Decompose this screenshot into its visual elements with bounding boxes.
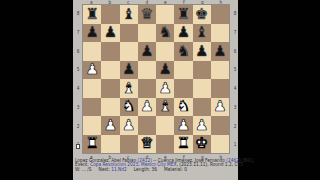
coord-label: 5 (231, 60, 239, 79)
black-king: ♚ (193, 5, 211, 24)
coord-label: 7 (231, 23, 239, 42)
square-f7: ♟ (174, 24, 192, 43)
square-b2: ♟ (101, 116, 119, 135)
square-d7 (138, 24, 156, 43)
white-pawn: ♟ (156, 79, 174, 98)
eco-code: [B41] (242, 158, 254, 163)
coord-label: 4 (231, 79, 239, 98)
square-b1 (101, 135, 119, 154)
next-label: Next: (98, 167, 111, 172)
letterbox-left (0, 0, 73, 180)
square-a7: ♟ (83, 24, 101, 43)
white-to-move-indicator (76, 144, 81, 149)
white-pawn: ♟ (138, 98, 156, 117)
chess-panel: abcdefgh 87654321 ♜♝♛♜♚♟♟♞♟♝♟♞♟♟♟♟♟♝♟♞♟♝… (73, 0, 238, 180)
black-pawn: ♟ (138, 42, 156, 61)
next-move-value: 11.Nd2 (111, 167, 127, 172)
coord-label: 2 (74, 117, 82, 136)
status-line: W: ... /S Next: 11.Nd2 Length: 36 Materi… (75, 167, 236, 172)
square-g3 (193, 98, 211, 117)
white-king: ♚ (193, 135, 211, 154)
square-c6 (120, 42, 138, 61)
square-a5: ♟ (83, 61, 101, 80)
square-h5 (211, 61, 229, 80)
white-bishop: ♝ (120, 79, 138, 98)
square-g2: ♟ (193, 116, 211, 135)
square-d3: ♟ (138, 98, 156, 117)
white-rook: ♜ (83, 135, 101, 154)
square-c8: ♝ (120, 5, 138, 24)
black-rook: ♜ (83, 5, 101, 24)
square-b7: ♟ (101, 24, 119, 43)
square-b5 (101, 61, 119, 80)
coord-label: 5 (74, 60, 82, 79)
coord-label: 3 (74, 98, 82, 117)
coord-label: 1 (231, 135, 239, 154)
square-d8: ♛ (138, 5, 156, 24)
material-balance: Material: 0 (164, 167, 187, 172)
black-pawn: ♟ (211, 42, 229, 61)
square-c1 (120, 135, 138, 154)
coord-label: 7 (74, 23, 82, 42)
coord-label: 6 (74, 42, 82, 61)
square-f6: ♞ (174, 42, 192, 61)
square-d1: ♛ (138, 135, 156, 154)
black-pawn: ♟ (174, 24, 192, 43)
square-h3: ♟ (211, 98, 229, 117)
square-d2 (138, 116, 156, 135)
square-a6 (83, 42, 101, 61)
square-f1: ♜ (174, 135, 192, 154)
square-h4 (211, 79, 229, 98)
game-caption: Lopez Gonzalez, Abel Fabian (2412) -- Cu… (75, 158, 236, 178)
clock-status: W: ... /S (75, 167, 91, 172)
square-e6 (156, 42, 174, 61)
black-pawn: ♟ (83, 24, 101, 43)
white-bishop: ♝ (156, 98, 174, 117)
white-rook: ♜ (174, 135, 192, 154)
square-e1 (156, 135, 174, 154)
white-pawn: ♟ (101, 116, 119, 135)
square-e7: ♞ (156, 24, 174, 43)
black-pawn: ♟ (120, 61, 138, 80)
square-c4: ♝ (120, 79, 138, 98)
white-knight: ♞ (174, 98, 192, 117)
white-pawn: ♟ (193, 116, 211, 135)
coord-label: 6 (231, 42, 239, 61)
black-pawn: ♟ (101, 24, 119, 43)
letterbox-right (238, 0, 320, 180)
square-f8: ♜ (174, 5, 192, 24)
black-pawn: ♟ (193, 42, 211, 61)
chess-board: ♜♝♛♜♚♟♟♞♟♝♟♞♟♟♟♟♟♝♟♞♟♝♞♟♟♟♟♟♜♛♜♚ (82, 4, 230, 154)
square-d6: ♟ (138, 42, 156, 61)
square-h1 (211, 135, 229, 154)
square-e5: ♟ (156, 61, 174, 80)
square-b3 (101, 98, 119, 117)
square-f4 (174, 79, 192, 98)
square-e2 (156, 116, 174, 135)
square-c3: ♞ (120, 98, 138, 117)
coord-label: 3 (231, 98, 239, 117)
white-pawn: ♟ (83, 61, 101, 80)
square-h6: ♟ (211, 42, 229, 61)
square-f5 (174, 61, 192, 80)
square-f2: ♟ (174, 116, 192, 135)
square-g6: ♟ (193, 42, 211, 61)
square-g4 (193, 79, 211, 98)
square-e8 (156, 5, 174, 24)
black-queen: ♛ (138, 5, 156, 24)
square-a1: ♜ (83, 135, 101, 154)
square-c7 (120, 24, 138, 43)
next-move: Next: 11.Nd2 (98, 167, 126, 172)
white-pawn: ♟ (211, 98, 229, 117)
rank-labels-left: 87654321 (74, 4, 82, 154)
square-e3: ♝ (156, 98, 174, 117)
square-a3 (83, 98, 101, 117)
white-pawn: ♟ (174, 116, 192, 135)
square-e4: ♟ (156, 79, 174, 98)
black-knight: ♞ (174, 42, 192, 61)
white-queen: ♛ (138, 135, 156, 154)
square-b4 (101, 79, 119, 98)
square-a2 (83, 116, 101, 135)
coord-label: 2 (231, 117, 239, 136)
square-b6 (101, 42, 119, 61)
square-g7: ♝ (193, 24, 211, 43)
black-pawn: ♟ (156, 61, 174, 80)
square-g8: ♚ (193, 5, 211, 24)
black-bishop: ♝ (120, 5, 138, 24)
square-d5 (138, 61, 156, 80)
square-h8 (211, 5, 229, 24)
black-rook: ♜ (174, 5, 192, 24)
square-g5 (193, 61, 211, 80)
square-h7 (211, 24, 229, 43)
coord-label: 8 (74, 4, 82, 23)
square-a4 (83, 79, 101, 98)
square-a8: ♜ (83, 5, 101, 24)
square-c2: ♟ (120, 116, 138, 135)
rank-labels-right: 87654321 (231, 4, 239, 154)
coord-label: 8 (231, 4, 239, 23)
square-d4 (138, 79, 156, 98)
square-g1: ♚ (193, 135, 211, 154)
game-length: Length: 36 (134, 167, 157, 172)
white-pawn: ♟ (120, 116, 138, 135)
square-h2 (211, 116, 229, 135)
coord-label: 4 (74, 79, 82, 98)
black-knight: ♞ (156, 24, 174, 43)
white-knight: ♞ (120, 98, 138, 117)
square-b8 (101, 5, 119, 24)
black-bishop: ♝ (193, 24, 211, 43)
square-c5: ♟ (120, 61, 138, 80)
square-f3: ♞ (174, 98, 192, 117)
